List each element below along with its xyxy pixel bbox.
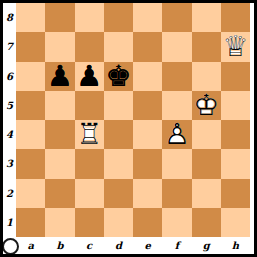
white-pawn-outline: ♙ — [162, 120, 191, 149]
rank-label-3: 3 — [3, 149, 16, 178]
rank-labels: 87654321 — [3, 3, 16, 237]
square-b4[interactable] — [45, 120, 74, 149]
black-pawn-outline: ♟ — [75, 62, 104, 91]
square-b6[interactable]: ♟♟ — [45, 62, 74, 91]
square-f8[interactable] — [162, 3, 191, 32]
square-f5[interactable] — [162, 91, 191, 120]
square-g8[interactable] — [192, 3, 221, 32]
white-queen-outline: ♕ — [221, 32, 250, 61]
square-g6[interactable] — [192, 62, 221, 91]
square-c2[interactable] — [75, 179, 104, 208]
rank-label-1: 1 — [3, 208, 16, 237]
white-rook-outline: ♖ — [75, 120, 104, 149]
square-h4[interactable] — [221, 120, 250, 149]
black-pawn[interactable]: ♟♟ — [75, 62, 104, 91]
square-c4[interactable]: ♜♖ — [75, 120, 104, 149]
square-b1[interactable] — [45, 208, 74, 237]
square-a4[interactable] — [16, 120, 45, 149]
square-e1[interactable] — [133, 208, 162, 237]
square-e7[interactable] — [133, 32, 162, 61]
rank-label-8: 8 — [3, 3, 16, 32]
square-e6[interactable] — [133, 62, 162, 91]
square-g1[interactable] — [192, 208, 221, 237]
square-b3[interactable] — [45, 149, 74, 178]
square-f7[interactable] — [162, 32, 191, 61]
chess-diagram: 87654321 ♛♕♟♟♟♟♚♚♚♔♜♖♟♙ abcdefgh — [0, 0, 257, 257]
square-h6[interactable] — [221, 62, 250, 91]
rank-label-2: 2 — [3, 179, 16, 208]
square-g3[interactable] — [192, 149, 221, 178]
square-d4[interactable] — [104, 120, 133, 149]
black-king-outline: ♚ — [104, 62, 133, 91]
white-rook[interactable]: ♜♖ — [75, 120, 104, 149]
file-label-d: d — [104, 237, 133, 254]
square-f1[interactable] — [162, 208, 191, 237]
square-e5[interactable] — [133, 91, 162, 120]
square-a2[interactable] — [16, 179, 45, 208]
file-label-e: e — [133, 237, 162, 254]
white-pawn[interactable]: ♟♙ — [162, 120, 191, 149]
white-king[interactable]: ♚♔ — [192, 91, 221, 120]
white-queen[interactable]: ♛♕ — [221, 32, 250, 61]
file-label-f: f — [162, 237, 191, 254]
square-g4[interactable] — [192, 120, 221, 149]
square-f2[interactable] — [162, 179, 191, 208]
square-d5[interactable] — [104, 91, 133, 120]
file-labels: abcdefgh — [16, 237, 250, 254]
square-d6[interactable]: ♚♚ — [104, 62, 133, 91]
file-label-a: a — [16, 237, 45, 254]
square-f3[interactable] — [162, 149, 191, 178]
rank-label-5: 5 — [3, 91, 16, 120]
square-a5[interactable] — [16, 91, 45, 120]
square-b2[interactable] — [45, 179, 74, 208]
square-e8[interactable] — [133, 3, 162, 32]
file-label-b: b — [45, 237, 74, 254]
rank-label-7: 7 — [3, 32, 16, 61]
square-e3[interactable] — [133, 149, 162, 178]
square-c3[interactable] — [75, 149, 104, 178]
rank-label-6: 6 — [3, 62, 16, 91]
file-label-c: c — [75, 237, 104, 254]
square-b7[interactable] — [45, 32, 74, 61]
black-pawn-outline: ♟ — [45, 62, 74, 91]
square-d8[interactable] — [104, 3, 133, 32]
square-c7[interactable] — [75, 32, 104, 61]
square-b8[interactable] — [45, 3, 74, 32]
square-g7[interactable] — [192, 32, 221, 61]
square-h8[interactable] — [221, 3, 250, 32]
square-h7[interactable]: ♛♕ — [221, 32, 250, 61]
square-a1[interactable] — [16, 208, 45, 237]
square-d2[interactable] — [104, 179, 133, 208]
square-a3[interactable] — [16, 149, 45, 178]
square-a8[interactable] — [16, 3, 45, 32]
square-h2[interactable] — [221, 179, 250, 208]
square-d3[interactable] — [104, 149, 133, 178]
square-a6[interactable] — [16, 62, 45, 91]
square-e2[interactable] — [133, 179, 162, 208]
square-d1[interactable] — [104, 208, 133, 237]
chess-board: ♛♕♟♟♟♟♚♚♚♔♜♖♟♙ — [16, 3, 250, 237]
square-f4[interactable]: ♟♙ — [162, 120, 191, 149]
square-h3[interactable] — [221, 149, 250, 178]
square-g5[interactable]: ♚♔ — [192, 91, 221, 120]
white-king-outline: ♔ — [192, 91, 221, 120]
black-king[interactable]: ♚♚ — [104, 62, 133, 91]
square-h5[interactable] — [221, 91, 250, 120]
square-d7[interactable] — [104, 32, 133, 61]
file-label-g: g — [192, 237, 221, 254]
square-b5[interactable] — [45, 91, 74, 120]
square-c1[interactable] — [75, 208, 104, 237]
square-h1[interactable] — [221, 208, 250, 237]
file-label-h: h — [221, 237, 250, 254]
square-f6[interactable] — [162, 62, 191, 91]
square-c6[interactable]: ♟♟ — [75, 62, 104, 91]
square-c8[interactable] — [75, 3, 104, 32]
black-pawn[interactable]: ♟♟ — [45, 62, 74, 91]
square-a7[interactable] — [16, 32, 45, 61]
rank-label-4: 4 — [3, 120, 16, 149]
white-to-move-indicator — [2, 238, 19, 255]
square-g2[interactable] — [192, 179, 221, 208]
square-e4[interactable] — [133, 120, 162, 149]
square-c5[interactable] — [75, 91, 104, 120]
